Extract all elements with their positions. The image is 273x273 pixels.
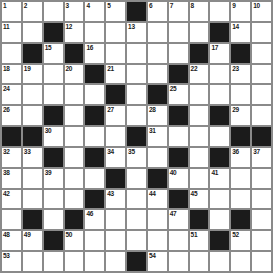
white-cell-r11c1[interactable] xyxy=(2,210,21,229)
white-cell-r8c12[interactable]: 36 xyxy=(231,148,250,167)
white-cell-r13c8[interactable]: 54 xyxy=(148,252,167,271)
white-cell-r6c1[interactable]: 26 xyxy=(2,106,21,125)
clue-number-47: 47 xyxy=(170,210,177,218)
white-cell-r3c1[interactable] xyxy=(2,44,21,63)
white-cell-r4c10[interactable]: 22 xyxy=(190,65,209,84)
white-cell-r10c10[interactable]: 45 xyxy=(190,190,209,209)
clue-number-53: 53 xyxy=(3,252,10,260)
clue-number-52: 52 xyxy=(232,231,239,239)
white-cell-r4c6[interactable]: 21 xyxy=(106,65,125,84)
clue-number-50: 50 xyxy=(66,231,73,239)
white-cell-r9c3[interactable]: 39 xyxy=(44,169,63,188)
white-cell-r6c6[interactable]: 27 xyxy=(106,106,125,125)
clue-number-40: 40 xyxy=(170,169,177,177)
white-cell-r2c13[interactable] xyxy=(252,23,271,42)
clue-number-22: 22 xyxy=(191,65,198,73)
white-cell-r8c7[interactable]: 35 xyxy=(127,148,146,167)
black-cell-r6c3 xyxy=(44,106,63,125)
white-cell-r9c12[interactable] xyxy=(231,169,250,188)
clue-number-32: 32 xyxy=(3,148,10,156)
clue-number-23: 23 xyxy=(232,65,239,73)
white-cell-r5c1[interactable]: 24 xyxy=(2,85,21,104)
black-cell-r5c8 xyxy=(148,85,167,104)
black-cell-r6c9 xyxy=(169,106,188,125)
white-cell-r3c5[interactable]: 16 xyxy=(85,44,104,63)
white-cell-r11c8[interactable] xyxy=(148,210,167,229)
white-cell-r9c10[interactable] xyxy=(190,169,209,188)
white-cell-r12c8[interactable] xyxy=(148,231,167,250)
clue-number-3: 3 xyxy=(66,2,69,10)
black-cell-r9c6 xyxy=(106,169,125,188)
white-cell-r12c12[interactable]: 52 xyxy=(231,231,250,250)
clue-number-5: 5 xyxy=(107,2,110,10)
white-cell-r12c4[interactable]: 50 xyxy=(65,231,84,250)
white-cell-r10c4[interactable] xyxy=(65,190,84,209)
clue-number-42: 42 xyxy=(3,190,10,198)
white-cell-r4c3[interactable] xyxy=(44,65,63,84)
white-cell-r2c1[interactable]: 11 xyxy=(2,23,21,42)
clue-number-49: 49 xyxy=(24,231,31,239)
white-cell-r10c2[interactable] xyxy=(23,190,42,209)
clue-number-12: 12 xyxy=(66,23,73,31)
white-cell-r9c5[interactable] xyxy=(85,169,104,188)
white-cell-r9c11[interactable]: 41 xyxy=(210,169,229,188)
white-cell-r3c9[interactable] xyxy=(169,44,188,63)
white-cell-r9c13[interactable] xyxy=(252,169,271,188)
white-cell-r4c1[interactable]: 18 xyxy=(2,65,21,84)
white-cell-r2c5[interactable] xyxy=(85,23,104,42)
white-cell-r2c12[interactable]: 14 xyxy=(231,23,250,42)
white-cell-r4c11[interactable] xyxy=(210,65,229,84)
white-cell-r1c9[interactable]: 7 xyxy=(169,2,188,21)
white-cell-r1c4[interactable]: 3 xyxy=(65,2,84,21)
white-cell-r7c8[interactable]: 31 xyxy=(148,127,167,146)
black-cell-r9c8 xyxy=(148,169,167,188)
white-cell-r6c13[interactable] xyxy=(252,106,271,125)
white-cell-r9c4[interactable] xyxy=(65,169,84,188)
black-cell-r3c12 xyxy=(231,44,250,63)
black-cell-r12c3 xyxy=(44,231,63,250)
clue-number-15: 15 xyxy=(45,44,52,52)
clue-number-6: 6 xyxy=(149,2,152,10)
black-cell-r11c10 xyxy=(190,210,209,229)
clue-number-37: 37 xyxy=(253,148,260,156)
white-cell-r13c5[interactable] xyxy=(85,252,104,271)
white-cell-r5c4[interactable] xyxy=(65,85,84,104)
clue-number-7: 7 xyxy=(170,2,173,10)
white-cell-r1c12[interactable]: 9 xyxy=(231,2,250,21)
black-cell-r7c7 xyxy=(127,127,146,146)
white-cell-r2c6[interactable] xyxy=(106,23,125,42)
white-cell-r13c2[interactable] xyxy=(23,252,42,271)
clue-number-25: 25 xyxy=(170,85,177,93)
white-cell-r13c4[interactable] xyxy=(65,252,84,271)
black-cell-r10c9 xyxy=(169,190,188,209)
white-cell-r3c11[interactable]: 17 xyxy=(210,44,229,63)
black-cell-r7c12 xyxy=(231,127,250,146)
black-cell-r11c2 xyxy=(23,210,42,229)
white-cell-r5c2[interactable] xyxy=(23,85,42,104)
clue-number-33: 33 xyxy=(24,148,31,156)
black-cell-r8c9 xyxy=(169,148,188,167)
white-cell-r10c8[interactable]: 44 xyxy=(148,190,167,209)
white-cell-r12c10[interactable]: 51 xyxy=(190,231,209,250)
white-cell-r9c9[interactable]: 40 xyxy=(169,169,188,188)
white-cell-r7c3[interactable]: 30 xyxy=(44,127,63,146)
clue-number-46: 46 xyxy=(86,210,93,218)
clue-number-43: 43 xyxy=(107,190,114,198)
clue-number-44: 44 xyxy=(149,190,156,198)
white-cell-r6c4[interactable] xyxy=(65,106,84,125)
white-cell-r10c11[interactable] xyxy=(210,190,229,209)
black-cell-r12c11 xyxy=(210,231,229,250)
white-cell-r13c11[interactable] xyxy=(210,252,229,271)
clue-number-1: 1 xyxy=(3,2,6,10)
black-cell-r7c2 xyxy=(23,127,42,146)
white-cell-r8c13[interactable]: 37 xyxy=(252,148,271,167)
clue-number-10: 10 xyxy=(253,2,260,10)
black-cell-r3c10 xyxy=(190,44,209,63)
black-cell-r10c5 xyxy=(85,190,104,209)
black-cell-r3c4 xyxy=(65,44,84,63)
white-cell-r5c11[interactable] xyxy=(210,85,229,104)
black-cell-r8c11 xyxy=(210,148,229,167)
clue-number-11: 11 xyxy=(3,23,9,31)
white-cell-r10c3[interactable] xyxy=(44,190,63,209)
clue-number-26: 26 xyxy=(3,106,10,114)
white-cell-r13c10[interactable] xyxy=(190,252,209,271)
white-cell-r13c13[interactable] xyxy=(252,252,271,271)
black-cell-r7c1 xyxy=(2,127,21,146)
clue-number-45: 45 xyxy=(191,190,198,198)
white-cell-r10c7[interactable] xyxy=(127,190,146,209)
white-cell-r10c13[interactable] xyxy=(252,190,271,209)
clue-number-28: 28 xyxy=(149,106,156,114)
black-cell-r3c2 xyxy=(23,44,42,63)
white-cell-r1c6[interactable]: 5 xyxy=(106,2,125,21)
clue-number-38: 38 xyxy=(3,169,10,177)
crossword-grid: 1234567891011121314151617181920212223242… xyxy=(0,0,273,273)
white-cell-r6c12[interactable]: 29 xyxy=(231,106,250,125)
white-cell-r10c1[interactable]: 42 xyxy=(2,190,21,209)
white-cell-r11c3[interactable] xyxy=(44,210,63,229)
clue-number-29: 29 xyxy=(232,106,239,114)
white-cell-r5c13[interactable] xyxy=(252,85,271,104)
white-cell-r10c6[interactable]: 43 xyxy=(106,190,125,209)
black-cell-r2c11 xyxy=(210,23,229,42)
clue-number-14: 14 xyxy=(232,23,239,31)
white-cell-r7c11[interactable] xyxy=(210,127,229,146)
clue-number-20: 20 xyxy=(66,65,73,73)
white-cell-r1c13[interactable]: 10 xyxy=(252,2,271,21)
white-cell-r1c2[interactable]: 2 xyxy=(23,2,42,21)
white-cell-r1c11[interactable] xyxy=(210,2,229,21)
white-cell-r5c12[interactable] xyxy=(231,85,250,104)
clue-number-24: 24 xyxy=(3,85,10,93)
white-cell-r12c5[interactable] xyxy=(85,231,104,250)
black-cell-r11c12 xyxy=(231,210,250,229)
white-cell-r5c9[interactable]: 25 xyxy=(169,85,188,104)
clue-number-36: 36 xyxy=(232,148,239,156)
white-cell-r3c3[interactable]: 15 xyxy=(44,44,63,63)
white-cell-r3c8[interactable] xyxy=(148,44,167,63)
clue-number-9: 9 xyxy=(232,2,235,10)
white-cell-r6c2[interactable] xyxy=(23,106,42,125)
white-cell-r13c3[interactable] xyxy=(44,252,63,271)
white-cell-r11c11[interactable] xyxy=(210,210,229,229)
white-cell-r2c4[interactable]: 12 xyxy=(65,23,84,42)
clue-number-19: 19 xyxy=(24,65,31,73)
white-cell-r2c9[interactable] xyxy=(169,23,188,42)
white-cell-r9c1[interactable]: 38 xyxy=(2,169,21,188)
white-cell-r9c2[interactable] xyxy=(23,169,42,188)
white-cell-r8c2[interactable]: 33 xyxy=(23,148,42,167)
clue-number-27: 27 xyxy=(107,106,114,114)
clue-number-31: 31 xyxy=(149,127,156,135)
white-cell-r4c7[interactable] xyxy=(127,65,146,84)
white-cell-r13c12[interactable] xyxy=(231,252,250,271)
white-cell-r13c9[interactable] xyxy=(169,252,188,271)
white-cell-r1c10[interactable]: 8 xyxy=(190,2,209,21)
clue-number-16: 16 xyxy=(86,44,93,52)
white-cell-r12c2[interactable]: 49 xyxy=(23,231,42,250)
white-cell-r12c9[interactable] xyxy=(169,231,188,250)
white-cell-r1c1[interactable]: 1 xyxy=(2,2,21,21)
clue-number-35: 35 xyxy=(128,148,135,156)
black-cell-r4c5 xyxy=(85,65,104,84)
black-cell-r1c7 xyxy=(127,2,146,21)
white-cell-r12c1[interactable]: 48 xyxy=(2,231,21,250)
white-cell-r5c3[interactable] xyxy=(44,85,63,104)
white-cell-r1c5[interactable]: 4 xyxy=(85,2,104,21)
white-cell-r12c13[interactable] xyxy=(252,231,271,250)
clue-number-18: 18 xyxy=(3,65,10,73)
white-cell-r12c6[interactable] xyxy=(106,231,125,250)
white-cell-r13c6[interactable] xyxy=(106,252,125,271)
clue-number-39: 39 xyxy=(45,169,52,177)
clue-number-54: 54 xyxy=(149,252,156,260)
white-cell-r7c10[interactable] xyxy=(190,127,209,146)
black-cell-r7c13 xyxy=(252,127,271,146)
white-cell-r11c13[interactable] xyxy=(252,210,271,229)
black-cell-r2c3 xyxy=(44,23,63,42)
white-cell-r9c7[interactable] xyxy=(127,169,146,188)
white-cell-r2c10[interactable] xyxy=(190,23,209,42)
white-cell-r6c10[interactable] xyxy=(190,106,209,125)
clue-number-4: 4 xyxy=(86,2,89,10)
black-cell-r4c9 xyxy=(169,65,188,84)
clue-number-34: 34 xyxy=(107,148,114,156)
white-cell-r2c8[interactable] xyxy=(148,23,167,42)
white-cell-r6c8[interactable]: 28 xyxy=(148,106,167,125)
white-cell-r5c7[interactable] xyxy=(127,85,146,104)
clue-number-30: 30 xyxy=(45,127,52,135)
clue-number-48: 48 xyxy=(3,231,10,239)
clue-number-51: 51 xyxy=(191,231,198,239)
white-cell-r13c1[interactable]: 53 xyxy=(2,252,21,271)
clue-number-17: 17 xyxy=(211,44,218,52)
white-cell-r5c5[interactable] xyxy=(85,85,104,104)
white-cell-r8c10[interactable] xyxy=(190,148,209,167)
white-cell-r4c12[interactable]: 23 xyxy=(231,65,250,84)
clue-number-13: 13 xyxy=(128,23,135,31)
black-cell-r8c3 xyxy=(44,148,63,167)
white-cell-r1c8[interactable]: 6 xyxy=(148,2,167,21)
clue-number-2: 2 xyxy=(24,2,27,10)
white-cell-r11c9[interactable]: 47 xyxy=(169,210,188,229)
white-cell-r12c7[interactable] xyxy=(127,231,146,250)
black-cell-r13c7 xyxy=(127,252,146,271)
white-cell-r4c2[interactable]: 19 xyxy=(23,65,42,84)
white-cell-r7c9[interactable] xyxy=(169,127,188,146)
white-cell-r2c2[interactable] xyxy=(23,23,42,42)
black-cell-r6c11 xyxy=(210,106,229,125)
clue-number-8: 8 xyxy=(191,2,194,10)
white-cell-r8c8[interactable] xyxy=(148,148,167,167)
white-cell-r1c3[interactable] xyxy=(44,2,63,21)
white-cell-r8c6[interactable]: 34 xyxy=(106,148,125,167)
black-cell-r11c4 xyxy=(65,210,84,229)
white-cell-r6c7[interactable] xyxy=(127,106,146,125)
white-cell-r5c10[interactable] xyxy=(190,85,209,104)
white-cell-r7c4[interactable] xyxy=(65,127,84,146)
white-cell-r11c7[interactable] xyxy=(127,210,146,229)
white-cell-r3c13[interactable] xyxy=(252,44,271,63)
white-cell-r7c6[interactable] xyxy=(106,127,125,146)
white-cell-r10c12[interactable] xyxy=(231,190,250,209)
black-cell-r8c5 xyxy=(85,148,104,167)
white-cell-r4c13[interactable] xyxy=(252,65,271,84)
black-cell-r6c5 xyxy=(85,106,104,125)
white-cell-r4c4[interactable]: 20 xyxy=(65,65,84,84)
white-cell-r8c4[interactable] xyxy=(65,148,84,167)
white-cell-r11c5[interactable]: 46 xyxy=(85,210,104,229)
white-cell-r4c8[interactable] xyxy=(148,65,167,84)
white-cell-r3c6[interactable] xyxy=(106,44,125,63)
black-cell-r5c6 xyxy=(106,85,125,104)
clue-number-41: 41 xyxy=(211,169,218,177)
white-cell-r8c1[interactable]: 32 xyxy=(2,148,21,167)
white-cell-r11c6[interactable] xyxy=(106,210,125,229)
white-cell-r7c5[interactable] xyxy=(85,127,104,146)
clue-number-21: 21 xyxy=(107,65,114,73)
white-cell-r2c7[interactable]: 13 xyxy=(127,23,146,42)
white-cell-r3c7[interactable] xyxy=(127,44,146,63)
